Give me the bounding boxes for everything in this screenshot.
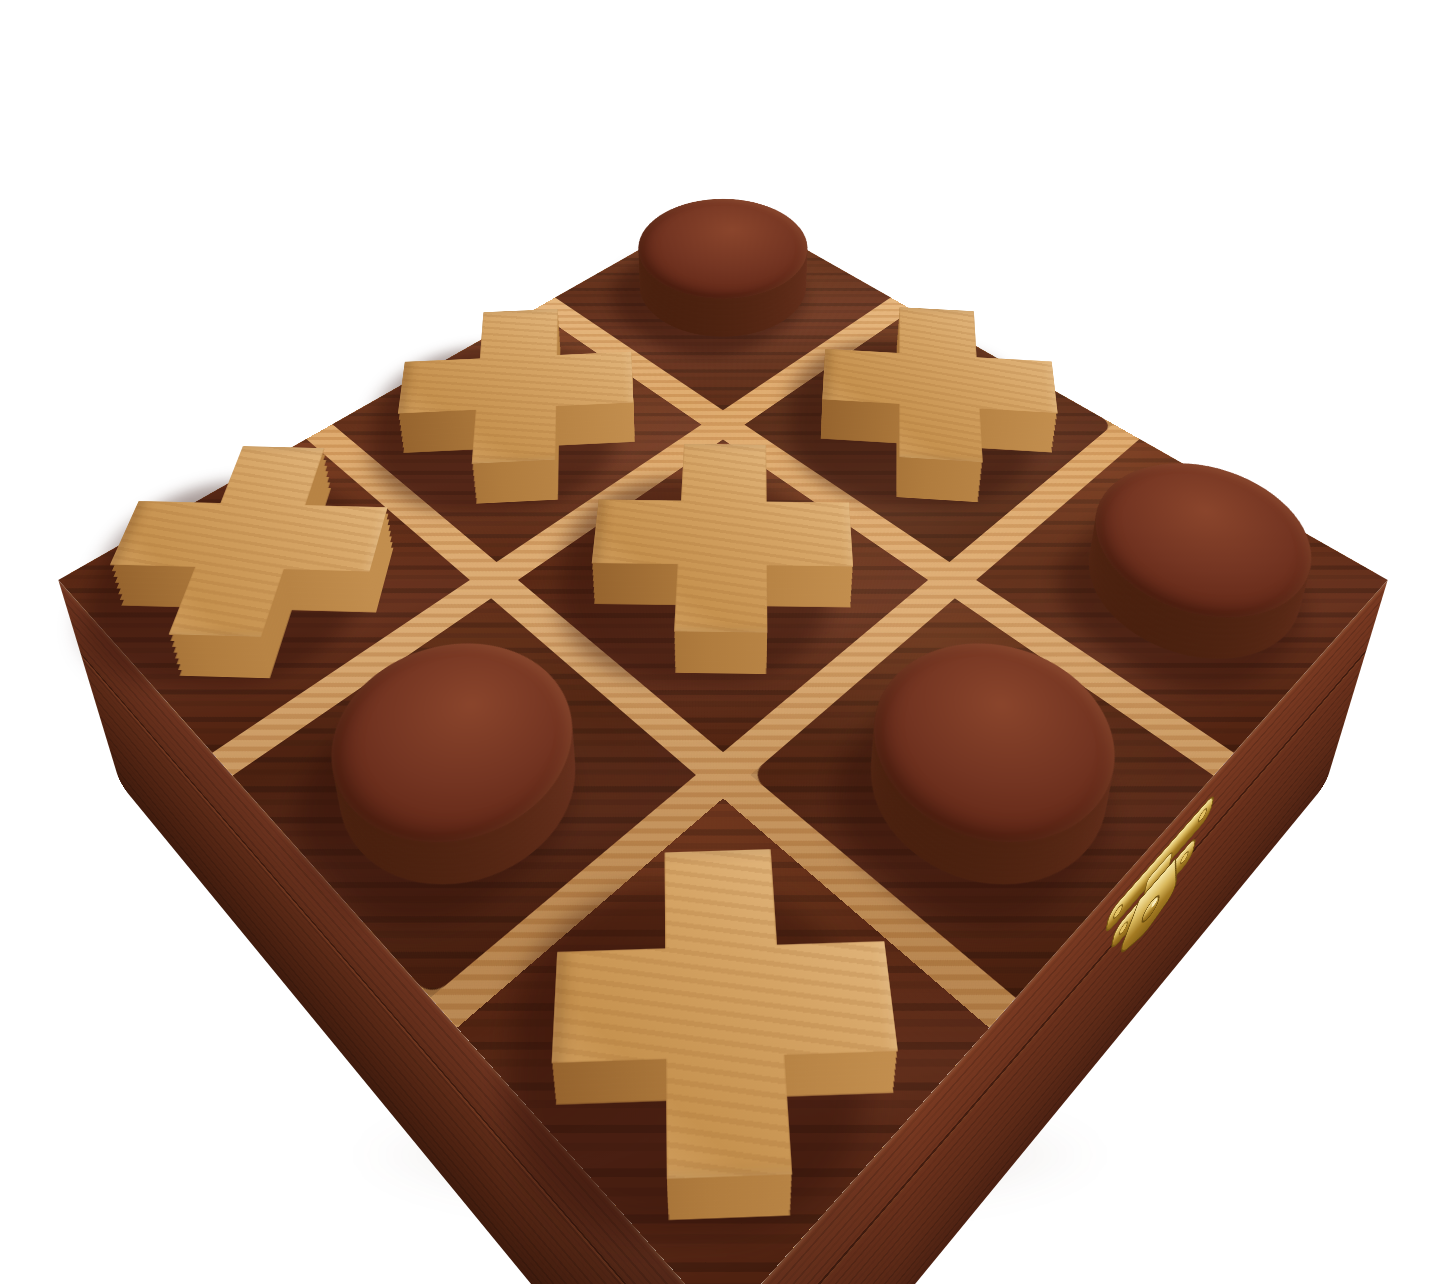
o-piece-r2c1[interactable] [294, 650, 623, 933]
product-photo [0, 0, 1445, 1284]
x-piece-r2c2[interactable] [550, 888, 907, 1224]
board-grid [58, 202, 1387, 1284]
x-piece-r1c1[interactable] [587, 483, 854, 676]
o-piece-r1c2[interactable] [822, 650, 1151, 933]
wooden-tictactoe-box [58, 202, 1387, 1284]
scene [0, 0, 1445, 1284]
x-piece-r0c1[interactable] [817, 342, 1057, 508]
o-piece-r0c2[interactable] [1047, 476, 1338, 696]
x-piece-r2c0[interactable] [92, 485, 409, 682]
x-piece-r1c0[interactable] [396, 345, 636, 509]
o-piece-r0c0[interactable] [605, 217, 840, 361]
